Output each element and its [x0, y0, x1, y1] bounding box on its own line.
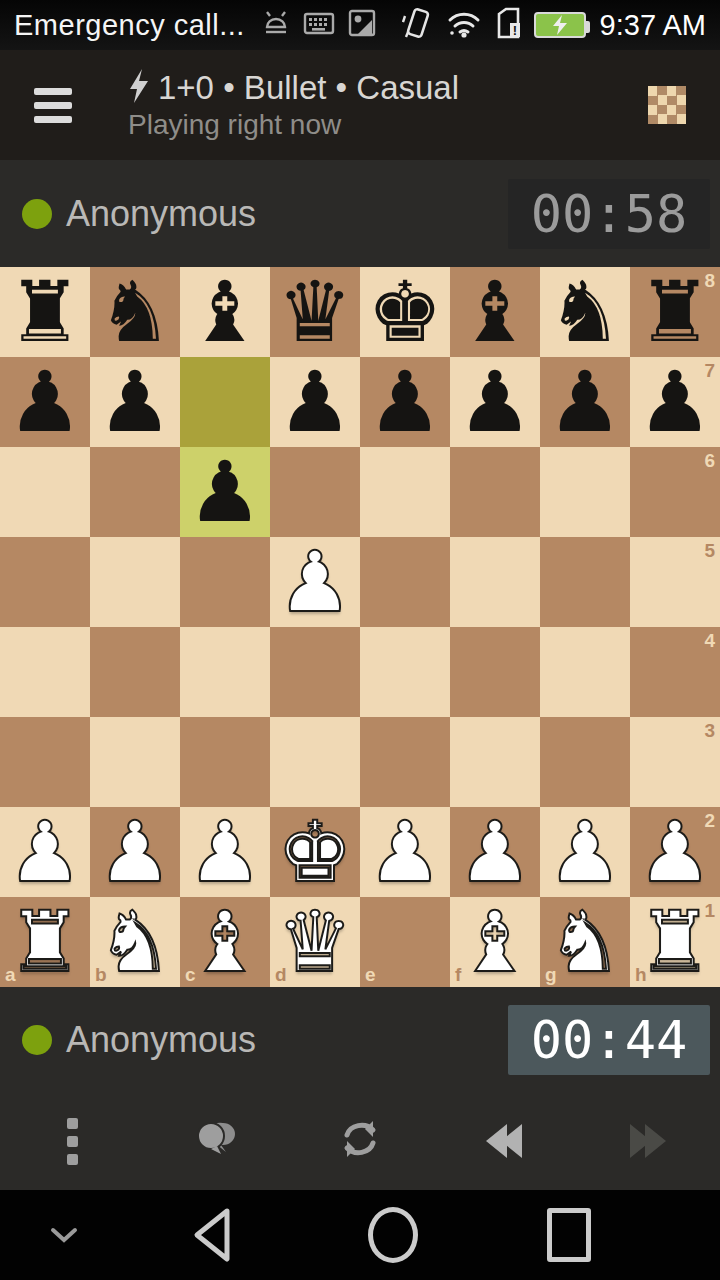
- black-pawn[interactable]: ♟: [187, 450, 262, 534]
- square-e4[interactable]: [360, 627, 450, 717]
- black-pawn[interactable]: ♟: [7, 360, 82, 444]
- white-bishop[interactable]: ♝: [187, 900, 262, 984]
- hide-nav-button[interactable]: [34, 1190, 94, 1280]
- flip-icon: [338, 1117, 382, 1165]
- white-rook[interactable]: ♜: [637, 900, 712, 984]
- white-pawn[interactable]: ♟: [547, 810, 622, 894]
- square-h3[interactable]: 3: [630, 717, 720, 807]
- square-f5[interactable]: [450, 537, 540, 627]
- online-status-dot: [22, 199, 52, 229]
- square-b3[interactable]: [90, 717, 180, 807]
- white-pawn[interactable]: ♟: [457, 810, 532, 894]
- game-toolbar: [0, 1092, 720, 1190]
- status-time: 9:37 AM: [600, 9, 706, 42]
- app-header: 1+0 • Bullet • Casual Playing right now: [0, 50, 720, 160]
- square-c1[interactable]: c♝: [180, 897, 270, 987]
- fast-forward-icon: [630, 1124, 666, 1158]
- bottom-player-name: Anonymous: [66, 1019, 256, 1061]
- square-c3[interactable]: [180, 717, 270, 807]
- square-f3[interactable]: [450, 717, 540, 807]
- rank-label-4: 4: [704, 631, 715, 650]
- square-d5[interactable]: ♟: [270, 537, 360, 627]
- vibrate-icon: [402, 6, 434, 44]
- white-pawn[interactable]: ♟: [97, 810, 172, 894]
- square-d8[interactable]: ♛: [270, 267, 360, 357]
- wifi-icon: [444, 7, 484, 43]
- square-e6[interactable]: [360, 447, 450, 537]
- rank-label-2: 2: [704, 811, 715, 830]
- status-bar: Emergency call...: [0, 0, 720, 50]
- square-g7[interactable]: ♟: [540, 357, 630, 447]
- square-f4[interactable]: [450, 627, 540, 717]
- square-a8[interactable]: ♜: [0, 267, 90, 357]
- square-e1[interactable]: e: [360, 897, 450, 987]
- square-g1[interactable]: g♞: [540, 897, 630, 987]
- square-a1[interactable]: a♜: [0, 897, 90, 987]
- square-a3[interactable]: [0, 717, 90, 807]
- square-a5[interactable]: [0, 537, 90, 627]
- rewind-button[interactable]: [432, 1092, 576, 1190]
- square-c7[interactable]: [180, 357, 270, 447]
- home-circle-icon: [368, 1207, 418, 1263]
- white-pawn[interactable]: ♟: [637, 810, 712, 894]
- square-c6[interactable]: ♟: [180, 447, 270, 537]
- rank-label-7: 7: [704, 361, 715, 380]
- white-pawn[interactable]: ♟: [187, 810, 262, 894]
- black-knight[interactable]: ♞: [547, 270, 622, 354]
- chat-button[interactable]: [144, 1092, 288, 1190]
- square-c5[interactable]: [180, 537, 270, 627]
- square-c4[interactable]: [180, 627, 270, 717]
- square-g6[interactable]: [540, 447, 630, 537]
- black-bishop[interactable]: ♝: [187, 270, 262, 354]
- square-h4[interactable]: 4: [630, 627, 720, 717]
- square-h2[interactable]: 2♟: [630, 807, 720, 897]
- home-button[interactable]: [358, 1190, 428, 1280]
- vertical-dots-icon: [67, 1118, 78, 1165]
- game-info: 1+0 • Bullet • Casual Playing right now: [128, 69, 459, 141]
- square-b7[interactable]: ♟: [90, 357, 180, 447]
- black-pawn[interactable]: ♟: [547, 360, 622, 444]
- square-h1[interactable]: 1h♜: [630, 897, 720, 987]
- square-a6[interactable]: [0, 447, 90, 537]
- chat-bubbles-icon: [193, 1119, 239, 1163]
- rank-label-5: 5: [704, 541, 715, 560]
- file-label-c: c: [185, 965, 196, 984]
- sim-alert-icon: !: [494, 7, 524, 43]
- white-king[interactable]: ♚: [277, 810, 352, 894]
- rewind-icon: [486, 1124, 522, 1158]
- status-right-icons: ! 9:37 AM: [402, 6, 706, 44]
- square-g8[interactable]: ♞: [540, 267, 630, 357]
- white-queen[interactable]: ♛: [277, 900, 352, 984]
- top-player-name: Anonymous: [66, 193, 256, 235]
- square-c8[interactable]: ♝: [180, 267, 270, 357]
- white-knight[interactable]: ♞: [547, 900, 622, 984]
- black-pawn[interactable]: ♟: [367, 360, 442, 444]
- fast-forward-button[interactable]: [576, 1092, 720, 1190]
- square-b5[interactable]: [90, 537, 180, 627]
- android-debug-icon: [261, 8, 291, 42]
- square-e7[interactable]: ♟: [360, 357, 450, 447]
- black-queen[interactable]: ♛: [277, 270, 352, 354]
- square-e2[interactable]: ♟: [360, 807, 450, 897]
- square-d7[interactable]: ♟: [270, 357, 360, 447]
- file-label-f: f: [455, 965, 461, 984]
- file-label-g: g: [545, 965, 557, 984]
- square-d6[interactable]: [270, 447, 360, 537]
- square-d3[interactable]: [270, 717, 360, 807]
- black-knight[interactable]: ♞: [97, 270, 172, 354]
- svg-text:!: !: [512, 23, 516, 38]
- white-rook[interactable]: ♜: [7, 900, 82, 984]
- rank-label-1: 1: [704, 901, 715, 920]
- lightning-bolt-icon: [128, 69, 150, 107]
- square-e8[interactable]: ♚: [360, 267, 450, 357]
- recents-button[interactable]: [534, 1190, 604, 1280]
- bottom-player-row: Anonymous 00:44: [0, 987, 720, 1092]
- square-f1[interactable]: f♝: [450, 897, 540, 987]
- white-pawn[interactable]: ♟: [277, 540, 352, 624]
- square-h7[interactable]: 7♟: [630, 357, 720, 447]
- top-player-row: Anonymous 00:58: [0, 160, 720, 267]
- file-label-e: e: [365, 965, 376, 984]
- square-c2[interactable]: ♟: [180, 807, 270, 897]
- square-g5[interactable]: [540, 537, 630, 627]
- white-knight[interactable]: ♞: [97, 900, 172, 984]
- bottom-player-clock: 00:44: [508, 1005, 710, 1075]
- square-f8[interactable]: ♝: [450, 267, 540, 357]
- rank-label-3: 3: [704, 721, 715, 740]
- square-h6[interactable]: 6: [630, 447, 720, 537]
- square-b1[interactable]: b♞: [90, 897, 180, 987]
- file-label-a: a: [5, 965, 16, 984]
- screenshot-icon: [347, 8, 377, 42]
- file-label-d: d: [275, 965, 287, 984]
- status-left-icons: [261, 8, 377, 42]
- game-status: Playing right now: [128, 109, 459, 141]
- file-label-h: h: [635, 965, 647, 984]
- rank-label-6: 6: [704, 451, 715, 470]
- game-title: 1+0 • Bullet • Casual: [158, 69, 459, 107]
- square-f6[interactable]: [450, 447, 540, 537]
- carrier-text: Emergency call...: [14, 9, 245, 42]
- recents-square-icon: [547, 1208, 591, 1262]
- square-b2[interactable]: ♟: [90, 807, 180, 897]
- square-d1[interactable]: d♛: [270, 897, 360, 987]
- square-g4[interactable]: [540, 627, 630, 717]
- black-rook[interactable]: ♜: [637, 270, 712, 354]
- square-e5[interactable]: [360, 537, 450, 627]
- lichess-game-screen: Emergency call...: [0, 0, 720, 1280]
- online-status-dot: [22, 1025, 52, 1055]
- battery-charging-icon: [534, 12, 586, 38]
- black-pawn[interactable]: ♟: [637, 360, 712, 444]
- more-options-button[interactable]: [0, 1092, 144, 1190]
- square-b4[interactable]: [90, 627, 180, 717]
- black-pawn[interactable]: ♟: [457, 360, 532, 444]
- square-b6[interactable]: [90, 447, 180, 537]
- chess-board: ♜♞♝♛♚♝♞8♜♟♟♟♟♟♟7♟♟6♟543♟♟♟♚♟♟♟2♟a♜b♞c♝d♛…: [0, 267, 720, 987]
- top-player-clock: 00:58: [508, 179, 710, 249]
- white-bishop[interactable]: ♝: [457, 900, 532, 984]
- black-pawn[interactable]: ♟: [277, 360, 352, 444]
- square-e3[interactable]: [360, 717, 450, 807]
- square-h5[interactable]: 5: [630, 537, 720, 627]
- square-a2[interactable]: ♟: [0, 807, 90, 897]
- hamburger-menu-icon[interactable]: [34, 88, 72, 123]
- white-pawn[interactable]: ♟: [7, 810, 82, 894]
- white-pawn[interactable]: ♟: [367, 810, 442, 894]
- rank-label-8: 8: [704, 271, 715, 290]
- square-h8[interactable]: 8♜: [630, 267, 720, 357]
- square-f7[interactable]: ♟: [450, 357, 540, 447]
- mini-chessboard-icon: [648, 86, 686, 124]
- black-king[interactable]: ♚: [367, 270, 442, 354]
- keyboard-icon: [303, 8, 335, 42]
- square-a4[interactable]: [0, 627, 90, 717]
- square-d4[interactable]: [270, 627, 360, 717]
- square-f2[interactable]: ♟: [450, 807, 540, 897]
- square-g2[interactable]: ♟: [540, 807, 630, 897]
- square-d2[interactable]: ♚: [270, 807, 360, 897]
- file-label-b: b: [95, 965, 107, 984]
- android-nav-bar: [0, 1190, 720, 1280]
- black-bishop[interactable]: ♝: [457, 270, 532, 354]
- black-pawn[interactable]: ♟: [97, 360, 172, 444]
- flip-board-button[interactable]: [288, 1092, 432, 1190]
- square-a7[interactable]: ♟: [0, 357, 90, 447]
- black-rook[interactable]: ♜: [7, 270, 82, 354]
- square-g3[interactable]: [540, 717, 630, 807]
- back-button[interactable]: [178, 1190, 248, 1280]
- square-b8[interactable]: ♞: [90, 267, 180, 357]
